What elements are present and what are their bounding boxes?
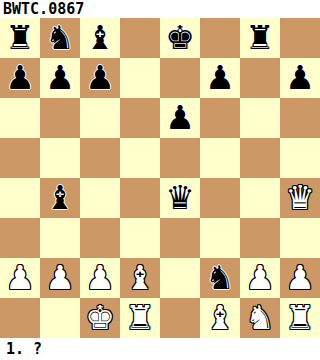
square-g2[interactable]: ♟ [240,258,280,298]
square-b7[interactable]: ♟ [40,58,80,98]
square-g7[interactable] [240,58,280,98]
square-c1[interactable]: ♚ [80,298,120,338]
square-b8[interactable]: ♞ [40,18,80,58]
black-bishop[interactable]: ♝ [45,178,75,218]
square-c4[interactable] [80,178,120,218]
white-bishop[interactable]: ♝ [205,298,235,338]
square-g4[interactable] [240,178,280,218]
title-bar: BWTC.0867 [0,0,320,18]
square-c3[interactable] [80,218,120,258]
square-g5[interactable] [240,138,280,178]
square-a3[interactable] [0,218,40,258]
square-h3[interactable] [280,218,320,258]
square-c7[interactable]: ♟ [80,58,120,98]
black-bishop[interactable]: ♝ [85,18,115,58]
black-rook[interactable]: ♜ [245,18,275,58]
square-a5[interactable] [0,138,40,178]
white-king[interactable]: ♚ [85,298,115,338]
square-g6[interactable] [240,98,280,138]
square-h4[interactable]: ♛ [280,178,320,218]
square-f3[interactable] [200,218,240,258]
square-g3[interactable] [240,218,280,258]
square-f2[interactable]: ♞ [200,258,240,298]
move-prompt: 1. ? [0,338,42,360]
square-d2[interactable]: ♝ [120,258,160,298]
square-h2[interactable]: ♟ [280,258,320,298]
square-a1[interactable] [0,298,40,338]
black-knight[interactable]: ♞ [45,18,75,58]
white-pawn[interactable]: ♟ [285,258,315,298]
black-knight[interactable]: ♞ [205,258,235,298]
square-b4[interactable]: ♝ [40,178,80,218]
square-d4[interactable] [120,178,160,218]
square-d3[interactable] [120,218,160,258]
square-g8[interactable]: ♜ [240,18,280,58]
square-d7[interactable] [120,58,160,98]
square-g1[interactable]: ♞ [240,298,280,338]
square-b6[interactable] [40,98,80,138]
square-h7[interactable]: ♟ [280,58,320,98]
white-bishop[interactable]: ♝ [125,258,155,298]
square-f5[interactable] [200,138,240,178]
black-king[interactable]: ♚ [165,18,195,58]
white-rook[interactable]: ♜ [125,298,155,338]
square-f8[interactable] [200,18,240,58]
white-queen[interactable]: ♛ [285,178,315,218]
chess-board: ♜♞♝♚♜♟♟♟♟♟♟♝♛♛♟♟♟♝♞♟♟♚♜♝♞♜ [0,18,320,338]
puzzle-title: BWTC.0867 [0,0,84,18]
square-h6[interactable] [280,98,320,138]
square-d1[interactable]: ♜ [120,298,160,338]
square-e3[interactable] [160,218,200,258]
square-f4[interactable] [200,178,240,218]
square-h5[interactable] [280,138,320,178]
square-d5[interactable] [120,138,160,178]
square-d8[interactable] [120,18,160,58]
white-pawn[interactable]: ♟ [245,258,275,298]
white-knight[interactable]: ♞ [245,298,275,338]
square-e8[interactable]: ♚ [160,18,200,58]
square-b3[interactable] [40,218,80,258]
square-b1[interactable] [40,298,80,338]
square-a7[interactable]: ♟ [0,58,40,98]
black-rook[interactable]: ♜ [5,18,35,58]
square-c8[interactable]: ♝ [80,18,120,58]
square-e7[interactable] [160,58,200,98]
black-pawn[interactable]: ♟ [5,58,35,98]
square-e5[interactable] [160,138,200,178]
square-d6[interactable] [120,98,160,138]
black-pawn[interactable]: ♟ [285,58,315,98]
square-e2[interactable] [160,258,200,298]
square-a6[interactable] [0,98,40,138]
square-h8[interactable] [280,18,320,58]
white-rook[interactable]: ♜ [285,298,315,338]
square-b2[interactable]: ♟ [40,258,80,298]
black-queen[interactable]: ♛ [165,178,195,218]
square-c5[interactable] [80,138,120,178]
black-pawn[interactable]: ♟ [45,58,75,98]
white-pawn[interactable]: ♟ [5,258,35,298]
square-f1[interactable]: ♝ [200,298,240,338]
square-f7[interactable]: ♟ [200,58,240,98]
square-e6[interactable]: ♟ [160,98,200,138]
white-pawn[interactable]: ♟ [85,258,115,298]
status-bar: 1. ? [0,338,320,360]
square-a8[interactable]: ♜ [0,18,40,58]
square-c6[interactable] [80,98,120,138]
white-pawn[interactable]: ♟ [45,258,75,298]
square-c2[interactable]: ♟ [80,258,120,298]
square-a4[interactable] [0,178,40,218]
black-pawn[interactable]: ♟ [165,98,195,138]
square-f6[interactable] [200,98,240,138]
square-e1[interactable] [160,298,200,338]
black-pawn[interactable]: ♟ [205,58,235,98]
square-b5[interactable] [40,138,80,178]
square-e4[interactable]: ♛ [160,178,200,218]
square-h1[interactable]: ♜ [280,298,320,338]
square-a2[interactable]: ♟ [0,258,40,298]
black-pawn[interactable]: ♟ [85,58,115,98]
